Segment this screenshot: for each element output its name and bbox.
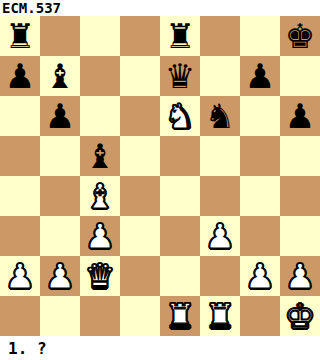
square-b3[interactable] [40, 216, 80, 256]
square-b1[interactable] [40, 296, 80, 336]
square-b4[interactable] [40, 176, 80, 216]
square-d3[interactable] [120, 216, 160, 256]
piece-black-bishop: ♝ [85, 136, 115, 176]
square-g1[interactable] [240, 296, 280, 336]
square-h2[interactable]: ♟ [280, 256, 320, 296]
square-d2[interactable] [120, 256, 160, 296]
piece-white-pawn: ♟ [85, 216, 115, 256]
piece-black-rook: ♜ [5, 16, 35, 56]
square-c1[interactable] [80, 296, 120, 336]
square-c5[interactable]: ♝ [80, 136, 120, 176]
piece-white-knight: ♞ [165, 96, 195, 136]
square-g6[interactable] [240, 96, 280, 136]
piece-black-pawn: ♟ [5, 56, 35, 96]
square-a8[interactable]: ♜ [0, 16, 40, 56]
status-bar: 1. ? [0, 336, 320, 360]
square-c6[interactable] [80, 96, 120, 136]
square-e5[interactable] [160, 136, 200, 176]
square-d5[interactable] [120, 136, 160, 176]
square-a3[interactable] [0, 216, 40, 256]
piece-black-rook: ♜ [165, 16, 195, 56]
piece-black-knight: ♞ [205, 96, 235, 136]
square-a1[interactable] [0, 296, 40, 336]
square-f7[interactable] [200, 56, 240, 96]
square-a4[interactable] [0, 176, 40, 216]
piece-white-queen: ♛ [85, 256, 115, 296]
chess-board: ♜♜♚♟♝♛♟♟♞♞♟♝♝♟♟♟♟♛♟♟♜♜♚ [0, 16, 320, 336]
title-bar: ECM.537 [0, 0, 320, 16]
piece-black-queen: ♛ [165, 56, 195, 96]
square-g3[interactable] [240, 216, 280, 256]
square-b7[interactable]: ♝ [40, 56, 80, 96]
piece-white-rook: ♜ [165, 296, 195, 336]
piece-white-rook: ♜ [205, 296, 235, 336]
piece-black-king: ♚ [285, 16, 315, 56]
page-title: ECM.537 [0, 1, 61, 15]
square-f8[interactable] [200, 16, 240, 56]
square-d7[interactable] [120, 56, 160, 96]
square-d8[interactable] [120, 16, 160, 56]
square-c2[interactable]: ♛ [80, 256, 120, 296]
square-e8[interactable]: ♜ [160, 16, 200, 56]
square-f4[interactable] [200, 176, 240, 216]
square-h1[interactable]: ♚ [280, 296, 320, 336]
square-h4[interactable] [280, 176, 320, 216]
square-f1[interactable]: ♜ [200, 296, 240, 336]
square-h8[interactable]: ♚ [280, 16, 320, 56]
square-g7[interactable]: ♟ [240, 56, 280, 96]
piece-white-pawn: ♟ [205, 216, 235, 256]
square-a2[interactable]: ♟ [0, 256, 40, 296]
piece-black-bishop: ♝ [45, 56, 75, 96]
piece-black-pawn: ♟ [285, 96, 315, 136]
square-h7[interactable] [280, 56, 320, 96]
piece-black-pawn: ♟ [45, 96, 75, 136]
square-b8[interactable] [40, 16, 80, 56]
square-b2[interactable]: ♟ [40, 256, 80, 296]
square-e2[interactable] [160, 256, 200, 296]
square-c3[interactable]: ♟ [80, 216, 120, 256]
square-e7[interactable]: ♛ [160, 56, 200, 96]
square-a6[interactable] [0, 96, 40, 136]
square-g2[interactable]: ♟ [240, 256, 280, 296]
piece-white-pawn: ♟ [5, 256, 35, 296]
square-b6[interactable]: ♟ [40, 96, 80, 136]
square-d6[interactable] [120, 96, 160, 136]
square-f3[interactable]: ♟ [200, 216, 240, 256]
square-b5[interactable] [40, 136, 80, 176]
square-g4[interactable] [240, 176, 280, 216]
piece-white-bishop: ♝ [85, 176, 115, 216]
square-c4[interactable]: ♝ [80, 176, 120, 216]
piece-white-pawn: ♟ [45, 256, 75, 296]
square-e4[interactable] [160, 176, 200, 216]
square-h3[interactable] [280, 216, 320, 256]
square-a5[interactable] [0, 136, 40, 176]
square-f5[interactable] [200, 136, 240, 176]
square-a7[interactable]: ♟ [0, 56, 40, 96]
square-d1[interactable] [120, 296, 160, 336]
square-c8[interactable] [80, 16, 120, 56]
piece-white-pawn: ♟ [285, 256, 315, 296]
square-e1[interactable]: ♜ [160, 296, 200, 336]
square-g8[interactable] [240, 16, 280, 56]
square-g5[interactable] [240, 136, 280, 176]
move-prompt: 1. ? [0, 339, 47, 358]
square-d4[interactable] [120, 176, 160, 216]
piece-white-king: ♚ [285, 296, 315, 336]
square-c7[interactable] [80, 56, 120, 96]
square-e6[interactable]: ♞ [160, 96, 200, 136]
square-h5[interactable] [280, 136, 320, 176]
square-f2[interactable] [200, 256, 240, 296]
square-f6[interactable]: ♞ [200, 96, 240, 136]
square-h6[interactable]: ♟ [280, 96, 320, 136]
piece-black-pawn: ♟ [245, 56, 275, 96]
piece-white-pawn: ♟ [245, 256, 275, 296]
square-e3[interactable] [160, 216, 200, 256]
